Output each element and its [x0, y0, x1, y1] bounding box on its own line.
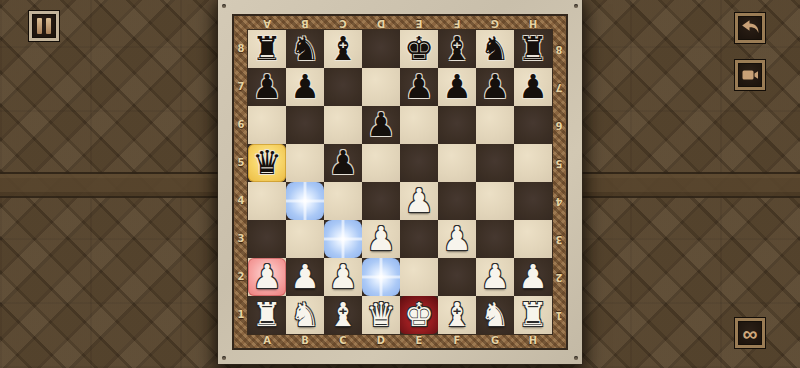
square-e1[interactable]: ♚ [400, 296, 438, 334]
piece-black-rook: ♜ [248, 30, 286, 68]
square-c1[interactable]: ♝ [324, 296, 362, 334]
coordinate-label: A [248, 334, 286, 348]
square-g3[interactable] [476, 220, 514, 258]
chess-game-screen: ∞ ABCDEFGH ABCDEFGH 87654321 87654321 ♜♞… [0, 0, 800, 368]
path-highlight [362, 258, 400, 296]
infinity-icon: ∞ [743, 323, 758, 344]
square-c7[interactable] [324, 68, 362, 106]
coordinate-label: 4 [234, 182, 248, 220]
coordinate-label: E [400, 334, 438, 348]
square-e8[interactable]: ♚ [400, 30, 438, 68]
selected-highlight [248, 144, 286, 182]
square-a1[interactable]: ♜ [248, 296, 286, 334]
square-d1[interactable]: ♛ [362, 296, 400, 334]
square-f2[interactable] [438, 258, 476, 296]
square-g5[interactable] [476, 144, 514, 182]
piece-white-pawn: ♟ [438, 220, 476, 258]
square-b3[interactable] [286, 220, 324, 258]
coordinate-label: B [286, 334, 324, 348]
coordinate-label: 5 [552, 144, 566, 182]
coordinate-label: 1 [552, 296, 566, 334]
check-highlight [400, 296, 438, 334]
square-f8[interactable]: ♝ [438, 30, 476, 68]
square-a4[interactable] [248, 182, 286, 220]
square-f1[interactable]: ♝ [438, 296, 476, 334]
piece-white-rook: ♜ [514, 296, 552, 334]
pause-button[interactable] [29, 11, 59, 41]
coordinate-label: 5 [234, 144, 248, 182]
piece-black-bishop: ♝ [324, 30, 362, 68]
square-d4[interactable] [362, 182, 400, 220]
coordinate-label: 6 [234, 106, 248, 144]
piece-black-king: ♚ [400, 30, 438, 68]
coordinate-label: F [438, 16, 476, 30]
coordinate-label: E [400, 16, 438, 30]
coordinate-label: 8 [234, 30, 248, 68]
piece-black-bishop: ♝ [438, 30, 476, 68]
piece-white-pawn: ♟ [476, 258, 514, 296]
piece-white-pawn: ♟ [362, 220, 400, 258]
square-b8[interactable]: ♞ [286, 30, 324, 68]
square-d2[interactable] [362, 258, 400, 296]
square-g8[interactable]: ♞ [476, 30, 514, 68]
square-f5[interactable] [438, 144, 476, 182]
piece-black-knight: ♞ [476, 30, 514, 68]
square-d3[interactable]: ♟ [362, 220, 400, 258]
square-f6[interactable] [438, 106, 476, 144]
piece-white-pawn: ♟ [400, 182, 438, 220]
square-c6[interactable] [324, 106, 362, 144]
square-d6[interactable]: ♟ [362, 106, 400, 144]
coordinate-label: A [248, 16, 286, 30]
square-h4[interactable] [514, 182, 552, 220]
square-f3[interactable]: ♟ [438, 220, 476, 258]
square-h1[interactable]: ♜ [514, 296, 552, 334]
file-labels-bottom: ABCDEFGH [248, 334, 552, 348]
coordinate-label: 1 [234, 296, 248, 334]
video-camera-button[interactable] [735, 60, 765, 90]
square-g1[interactable]: ♞ [476, 296, 514, 334]
coordinate-label: 2 [552, 258, 566, 296]
coordinate-label: 7 [552, 68, 566, 106]
unlimited-time-button[interactable]: ∞ [735, 318, 765, 348]
piece-black-pawn: ♟ [324, 144, 362, 182]
chess-board-frame: ABCDEFGH ABCDEFGH 87654321 87654321 ♜♞♝♚… [218, 0, 582, 364]
square-g7[interactable]: ♟ [476, 68, 514, 106]
file-labels-top: ABCDEFGH [248, 16, 552, 30]
square-h8[interactable]: ♜ [514, 30, 552, 68]
square-e3[interactable] [400, 220, 438, 258]
square-d7[interactable] [362, 68, 400, 106]
square-a8[interactable]: ♜ [248, 30, 286, 68]
square-h5[interactable] [514, 144, 552, 182]
piece-black-pawn: ♟ [476, 68, 514, 106]
square-b4[interactable] [286, 182, 324, 220]
square-b5[interactable] [286, 144, 324, 182]
piece-white-bishop: ♝ [324, 296, 362, 334]
coordinate-label: H [514, 16, 552, 30]
square-a7[interactable]: ♟ [248, 68, 286, 106]
square-a2[interactable]: ♟ [248, 258, 286, 296]
square-b6[interactable] [286, 106, 324, 144]
square-b2[interactable]: ♟ [286, 258, 324, 296]
undo-button[interactable] [735, 13, 765, 43]
coordinate-label: 8 [552, 30, 566, 68]
piece-white-bishop: ♝ [438, 296, 476, 334]
coordinate-label: B [286, 16, 324, 30]
attacked-highlight [248, 258, 286, 296]
coordinate-label: 3 [234, 220, 248, 258]
piece-black-pawn: ♟ [400, 68, 438, 106]
piece-black-pawn: ♟ [286, 68, 324, 106]
coordinate-label: 3 [552, 220, 566, 258]
rank-labels-left: 87654321 [234, 30, 248, 334]
piece-black-pawn: ♟ [248, 68, 286, 106]
square-c8[interactable]: ♝ [324, 30, 362, 68]
piece-white-knight: ♞ [476, 296, 514, 334]
coordinate-label: C [324, 334, 362, 348]
square-e6[interactable] [400, 106, 438, 144]
square-e2[interactable] [400, 258, 438, 296]
square-a3[interactable] [248, 220, 286, 258]
frame-rivet [574, 4, 578, 8]
square-h2[interactable]: ♟ [514, 258, 552, 296]
square-f4[interactable] [438, 182, 476, 220]
coordinate-label: 4 [552, 182, 566, 220]
piece-white-pawn: ♟ [324, 258, 362, 296]
path-highlight [324, 220, 362, 258]
piece-white-rook: ♜ [248, 296, 286, 334]
frame-rivet [574, 356, 578, 360]
square-h7[interactable]: ♟ [514, 68, 552, 106]
square-b7[interactable]: ♟ [286, 68, 324, 106]
square-g6[interactable] [476, 106, 514, 144]
square-f7[interactable]: ♟ [438, 68, 476, 106]
coordinate-label: G [476, 16, 514, 30]
piece-white-knight: ♞ [286, 296, 324, 334]
piece-white-queen: ♛ [362, 296, 400, 334]
square-c3[interactable] [324, 220, 362, 258]
square-c2[interactable]: ♟ [324, 258, 362, 296]
path-highlight [286, 182, 324, 220]
square-h3[interactable] [514, 220, 552, 258]
piece-white-pawn: ♟ [514, 258, 552, 296]
square-a6[interactable] [248, 106, 286, 144]
coordinate-label: G [476, 334, 514, 348]
square-d8[interactable] [362, 30, 400, 68]
piece-black-pawn: ♟ [362, 106, 400, 144]
square-a5[interactable]: ♛ [248, 144, 286, 182]
coordinate-label: 2 [234, 258, 248, 296]
video-camera-icon [740, 65, 760, 85]
board-squares: ♜♞♝♚♝♞♜♟♟♟♟♟♟♟♛♟♟♟♟♟♟♟♟♟♜♞♝♛♚♝♞♜ [248, 30, 552, 334]
square-c5[interactable]: ♟ [324, 144, 362, 182]
square-h6[interactable] [514, 106, 552, 144]
square-c4[interactable] [324, 182, 362, 220]
coordinate-label: F [438, 334, 476, 348]
frame-rivet [222, 356, 226, 360]
piece-black-pawn: ♟ [514, 68, 552, 106]
square-e4[interactable]: ♟ [400, 182, 438, 220]
coordinate-label: 6 [552, 106, 566, 144]
square-g2[interactable]: ♟ [476, 258, 514, 296]
pause-icon [37, 18, 51, 34]
square-d5[interactable] [362, 144, 400, 182]
piece-black-pawn: ♟ [438, 68, 476, 106]
coordinate-label: C [324, 16, 362, 30]
undo-arrow-icon [739, 17, 761, 39]
ornate-border: ABCDEFGH ABCDEFGH 87654321 87654321 ♜♞♝♚… [232, 14, 568, 350]
piece-white-pawn: ♟ [286, 258, 324, 296]
frame-rivet [222, 4, 226, 8]
piece-black-knight: ♞ [286, 30, 324, 68]
square-e5[interactable] [400, 144, 438, 182]
coordinate-label: 7 [234, 68, 248, 106]
coordinate-label: H [514, 334, 552, 348]
coordinate-label: D [362, 334, 400, 348]
piece-black-rook: ♜ [514, 30, 552, 68]
square-e7[interactable]: ♟ [400, 68, 438, 106]
rank-labels-right: 87654321 [552, 30, 566, 334]
coordinate-label: D [362, 16, 400, 30]
square-b1[interactable]: ♞ [286, 296, 324, 334]
square-g4[interactable] [476, 182, 514, 220]
